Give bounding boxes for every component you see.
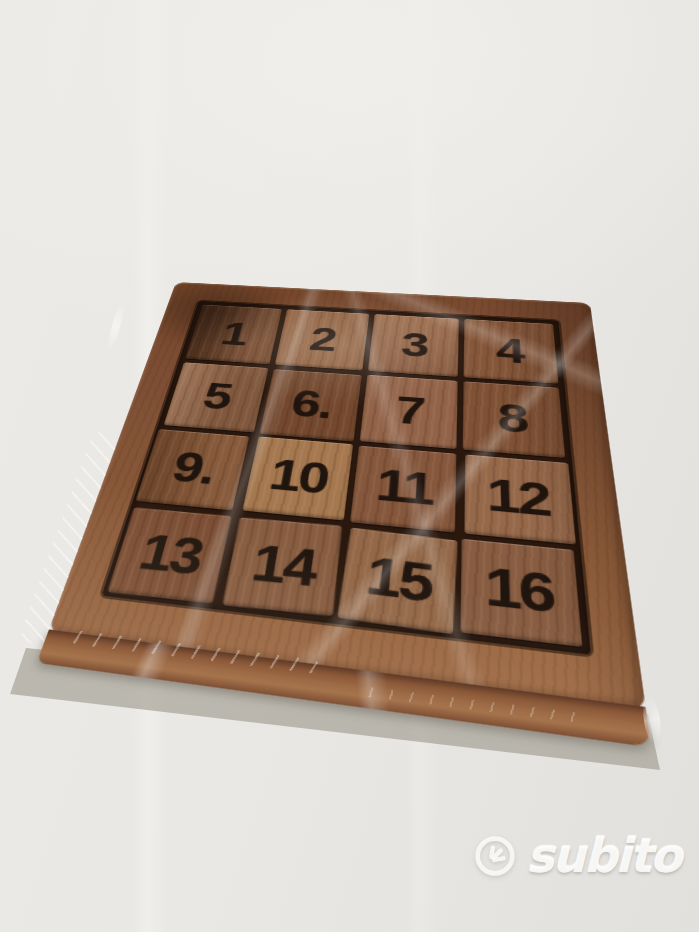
tile-15-label: 15 (363, 548, 433, 609)
tile-2-label: 2 (307, 322, 337, 356)
tile-7-label: 7 (394, 390, 424, 430)
tile-6-label: 6. (289, 384, 334, 424)
subito-watermark: subito (474, 832, 680, 879)
tile-11-label: 11 (374, 462, 433, 512)
tile-15[interactable]: 15 (336, 527, 456, 634)
tile-13-label: 13 (134, 526, 206, 581)
tile-3[interactable]: 3 (367, 314, 459, 377)
tile-4-label: 4 (496, 333, 524, 369)
tile-9[interactable]: 9. (135, 429, 249, 511)
tile-5[interactable]: 5 (164, 362, 268, 432)
board-well: 1 2 3 4 5 6. 7 8 9. 10 11 12 13 14 15 16 (102, 301, 591, 655)
tile-16[interactable]: 16 (461, 539, 582, 647)
tile-14-label: 14 (248, 536, 318, 593)
tile-10-label: 10 (266, 453, 330, 501)
tile-2[interactable]: 2 (274, 309, 368, 370)
tile-14[interactable]: 14 (222, 517, 341, 616)
tile-7[interactable]: 7 (359, 375, 458, 449)
tile-1[interactable]: 1 (185, 305, 282, 365)
tile-6[interactable]: 6. (259, 369, 361, 441)
tile-3-label: 3 (400, 327, 428, 362)
tile-4[interactable]: 4 (464, 319, 558, 384)
tile-10[interactable]: 10 (242, 436, 352, 520)
film-glare-top-left (105, 300, 127, 352)
tile-16-label: 16 (485, 560, 555, 622)
tile-1-label: 1 (218, 317, 251, 350)
puzzle-board: 1 2 3 4 5 6. 7 8 9. 10 11 12 13 14 15 16 (48, 282, 646, 710)
tile-13[interactable]: 13 (107, 507, 231, 603)
tile-11[interactable]: 11 (349, 445, 456, 532)
tile-12-label: 12 (487, 472, 551, 524)
watermark-text: subito (526, 832, 680, 879)
subito-logo-icon (474, 835, 516, 877)
tile-9-label: 9. (168, 445, 219, 491)
tile-8-label: 8 (497, 398, 527, 440)
tile-8[interactable]: 8 (463, 382, 565, 458)
tile-12[interactable]: 12 (465, 454, 576, 544)
tile-5-label: 5 (199, 377, 234, 415)
